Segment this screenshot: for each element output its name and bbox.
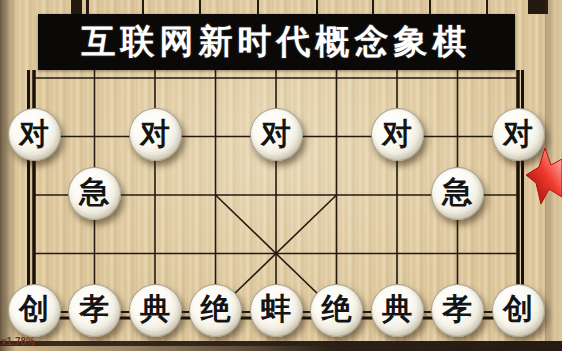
piece-glyph: 绝 (322, 294, 352, 324)
piece-glyph: 对 (19, 119, 49, 149)
xiangqi-screenshot: 互联网新时代概念象棋 对对对对对急急创孝典绝蚌绝典孝创 x1.78% (0, 0, 562, 351)
piece-创-file1[interactable]: 创 (8, 284, 61, 337)
piece-glyph: 典 (140, 294, 170, 324)
piece-glyph: 创 (19, 294, 49, 324)
piece-glyph: 孝 (443, 294, 473, 324)
piece-创-file9[interactable]: 创 (492, 284, 545, 337)
piece-孝-file8[interactable]: 孝 (431, 284, 484, 337)
piece-蚌-file5[interactable]: 蚌 (250, 284, 303, 337)
far-board-line (199, 0, 201, 14)
piece-急-file2[interactable]: 急 (68, 167, 121, 220)
piece-典-file3[interactable]: 典 (129, 284, 182, 337)
piece-glyph: 对 (382, 119, 412, 149)
piece-孝-file2[interactable]: 孝 (68, 284, 121, 337)
far-board-border (71, 0, 82, 14)
piece-绝-file4[interactable]: 绝 (189, 284, 242, 337)
title-banner-text: 互联网新时代概念象棋 (82, 19, 472, 65)
far-board-line (316, 0, 318, 14)
title-banner: 互联网新时代概念象棋 (38, 14, 515, 70)
corner-overlay-text: x1.78% (1, 336, 35, 347)
piece-对-file3[interactable]: 对 (129, 108, 182, 161)
piece-glyph: 对 (140, 119, 170, 149)
piece-glyph: 蚌 (261, 294, 291, 324)
far-board-line (429, 0, 431, 14)
far-board-line (257, 0, 259, 14)
piece-glyph: 典 (382, 294, 412, 324)
piece-glyph: 绝 (201, 294, 231, 324)
far-board-line (372, 0, 374, 14)
piece-glyph: 对 (261, 119, 291, 149)
piece-急-file8[interactable]: 急 (431, 167, 484, 220)
far-board-line (486, 0, 488, 14)
piece-glyph: 孝 (80, 294, 110, 324)
piece-对-file5[interactable]: 对 (250, 108, 303, 161)
red-arrow-pointer (524, 144, 562, 208)
piece-对-file7[interactable]: 对 (371, 108, 424, 161)
piece-绝-file6[interactable]: 绝 (310, 284, 363, 337)
piece-glyph: 急 (443, 177, 473, 207)
board-frame-bottom-lip (0, 346, 330, 351)
piece-glyph: 创 (503, 294, 533, 324)
piece-glyph: 急 (80, 177, 110, 207)
piece-对-file1[interactable]: 对 (8, 108, 61, 161)
piece-典-file7[interactable]: 典 (371, 284, 424, 337)
far-board-line (142, 0, 144, 14)
far-board-line (86, 0, 89, 14)
